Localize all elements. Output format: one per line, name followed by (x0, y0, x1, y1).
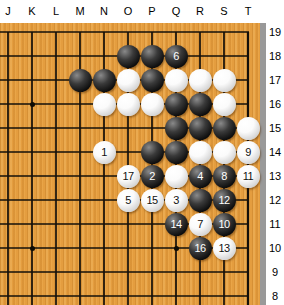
stone-white-r14[interactable] (189, 141, 212, 164)
stone-black-s11[interactable]: 10 (213, 213, 236, 236)
stone-white-s10[interactable]: 13 (213, 237, 236, 260)
row-label: 15 (266, 121, 284, 135)
stone-white-s14[interactable] (213, 141, 236, 164)
stone-black-p13[interactable]: 2 (141, 165, 164, 188)
star-point (174, 246, 179, 251)
stone-black-p18[interactable] (141, 45, 164, 68)
move-number: 5 (125, 194, 131, 206)
column-coordinate-strip: JKLMNOPQRST (0, 0, 284, 23)
stone-white-o17[interactable] (117, 69, 140, 92)
move-number: 3 (173, 194, 179, 206)
col-label: N (100, 4, 108, 18)
move-number: 7 (197, 218, 203, 230)
move-number: 15 (146, 194, 157, 206)
row-label: 18 (266, 49, 284, 63)
move-number: 9 (245, 146, 251, 158)
stone-white-s16[interactable] (213, 93, 236, 116)
stone-white-n14[interactable]: 1 (93, 141, 116, 164)
row-label: 8 (266, 289, 284, 303)
move-number: 6 (173, 50, 179, 62)
col-label: K (28, 4, 35, 18)
stone-black-r10[interactable]: 16 (189, 237, 212, 260)
stone-white-t15[interactable] (237, 117, 260, 140)
row-label: 19 (266, 25, 284, 39)
stone-black-s15[interactable] (213, 117, 236, 140)
row-label: 14 (266, 145, 284, 159)
stone-white-p16[interactable] (141, 93, 164, 116)
stone-black-q11[interactable]: 14 (165, 213, 188, 236)
stone-white-q17[interactable] (165, 69, 188, 92)
stone-black-n17[interactable] (93, 69, 116, 92)
stone-black-q15[interactable] (165, 117, 188, 140)
stone-black-m17[interactable] (69, 69, 92, 92)
col-label: P (148, 4, 155, 18)
stone-white-o16[interactable] (117, 93, 140, 116)
move-number: 16 (194, 242, 205, 254)
col-label: T (245, 4, 252, 18)
stone-white-s17[interactable] (213, 69, 236, 92)
col-label: L (53, 4, 59, 18)
stone-white-r17[interactable] (189, 69, 212, 92)
stone-white-o12[interactable]: 5 (117, 189, 140, 212)
stone-black-p14[interactable] (141, 141, 164, 164)
col-label: Q (172, 4, 181, 18)
col-label: R (196, 4, 204, 18)
move-number: 2 (149, 170, 155, 182)
stone-black-p17[interactable] (141, 69, 164, 92)
col-label: M (75, 4, 84, 18)
stone-white-t13[interactable]: 11 (237, 165, 260, 188)
move-number: 13 (218, 242, 229, 254)
move-number: 11 (243, 170, 253, 182)
row-coordinate-strip: 1918171615141312111098 (266, 23, 284, 305)
stone-white-n16[interactable] (93, 93, 116, 116)
stone-black-r16[interactable] (189, 93, 212, 116)
row-label: 10 (266, 241, 284, 255)
stone-black-q16[interactable] (165, 93, 188, 116)
col-label: S (220, 4, 227, 18)
stone-black-o18[interactable] (117, 45, 140, 68)
row-label: 11 (266, 217, 284, 231)
move-number: 17 (122, 170, 133, 182)
stone-black-r13[interactable]: 4 (189, 165, 212, 188)
stone-black-s12[interactable]: 12 (213, 189, 236, 212)
row-label: 13 (266, 169, 284, 183)
stone-white-q13[interactable] (165, 165, 188, 188)
move-number: 12 (218, 194, 229, 206)
col-label: O (124, 4, 133, 18)
stone-black-q18[interactable]: 6 (165, 45, 188, 68)
star-point (30, 102, 35, 107)
stone-white-r11[interactable]: 7 (189, 213, 212, 236)
go-diagram-window: JKLMNOPQRST 6191724811515312147101613 19… (0, 0, 284, 305)
stone-black-q14[interactable] (165, 141, 188, 164)
col-label: J (5, 4, 11, 18)
move-number: 1 (101, 146, 107, 158)
stone-black-r15[interactable] (189, 117, 212, 140)
stone-white-t14[interactable]: 9 (237, 141, 260, 164)
move-number: 14 (170, 218, 181, 230)
row-label: 16 (266, 97, 284, 111)
move-number: 10 (218, 218, 229, 230)
stone-black-r12[interactable] (189, 189, 212, 212)
move-number: 8 (221, 170, 227, 182)
stone-white-o13[interactable]: 17 (117, 165, 140, 188)
stone-white-q12[interactable]: 3 (165, 189, 188, 212)
row-label: 17 (266, 73, 284, 87)
move-number: 4 (197, 170, 203, 182)
stone-white-p12[interactable]: 15 (141, 189, 164, 212)
star-point (30, 246, 35, 251)
row-label: 9 (266, 265, 284, 279)
go-board[interactable]: 6191724811515312147101613 (0, 23, 260, 305)
row-label: 12 (266, 193, 284, 207)
stone-black-s13[interactable]: 8 (213, 165, 236, 188)
